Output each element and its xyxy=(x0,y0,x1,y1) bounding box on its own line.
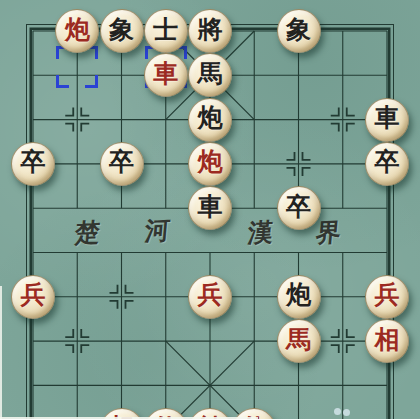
piece-glyph: 兵 xyxy=(21,282,46,307)
piece-red-horse[interactable]: 馬 xyxy=(277,319,321,363)
piece-glyph: 炮 xyxy=(198,105,223,130)
piece-glyph: 帥 xyxy=(198,415,223,419)
piece-glyph: 象 xyxy=(109,17,134,42)
piece-glyph: 炮 xyxy=(198,149,223,174)
piece-black-soldier[interactable]: 卒 xyxy=(11,142,55,186)
piece-black-chariot[interactable]: 車 xyxy=(365,98,409,142)
marker-corner xyxy=(85,75,98,88)
piece-black-soldier[interactable]: 卒 xyxy=(365,142,409,186)
piece-glyph: 兵 xyxy=(375,282,400,307)
piece-black-soldier[interactable]: 卒 xyxy=(100,142,144,186)
piece-black-general[interactable]: 將 xyxy=(188,9,232,53)
piece-black-elephant[interactable]: 象 xyxy=(100,9,144,53)
piece-red-soldier[interactable]: 兵 xyxy=(188,275,232,319)
piece-glyph: 象 xyxy=(286,17,311,42)
piece-glyph: 卒 xyxy=(109,149,134,174)
piece-black-soldier[interactable]: 卒 xyxy=(277,186,321,230)
piece-glyph: 兵 xyxy=(198,282,223,307)
piece-glyph: 卒 xyxy=(21,149,46,174)
piece-glyph: 卒 xyxy=(375,149,400,174)
piece-black-advisor[interactable]: 士 xyxy=(144,9,188,53)
piece-glyph: 車 xyxy=(375,105,400,130)
piece-glyph: 仕 xyxy=(242,415,267,419)
piece-red-cannon[interactable]: 炮 xyxy=(188,142,232,186)
piece-glyph: 相 xyxy=(109,415,134,419)
piece-red-cannon[interactable]: 炮 xyxy=(55,9,99,53)
piece-black-horse[interactable]: 馬 xyxy=(188,53,232,97)
piece-glyph: 馬 xyxy=(198,61,223,86)
piece-black-cannon[interactable]: 炮 xyxy=(188,98,232,142)
piece-glyph: 士 xyxy=(153,17,178,42)
piece-black-elephant[interactable]: 象 xyxy=(277,9,321,53)
xiangqi-board[interactable]: 楚 河 漢 界 炮象士將象車馬炮車卒卒炮卒車卒兵兵炮兵馬相相仕帥仕 xyxy=(0,0,420,419)
piece-red-soldier[interactable]: 兵 xyxy=(365,275,409,319)
piece-glyph: 炮 xyxy=(65,17,90,42)
marker-corner xyxy=(56,75,69,88)
piece-black-chariot[interactable]: 車 xyxy=(188,186,232,230)
piece-glyph: 車 xyxy=(153,61,178,86)
piece-red-elephant[interactable]: 相 xyxy=(365,319,409,363)
piece-glyph: 相 xyxy=(375,327,400,352)
piece-glyph: 車 xyxy=(198,194,223,219)
piece-red-soldier[interactable]: 兵 xyxy=(11,275,55,319)
piece-glyph: 炮 xyxy=(286,282,311,307)
piece-black-cannon[interactable]: 炮 xyxy=(277,275,321,319)
piece-glyph: 仕 xyxy=(153,415,178,419)
piece-glyph: 將 xyxy=(198,17,223,42)
piece-glyph: 卒 xyxy=(286,194,311,219)
piece-red-chariot[interactable]: 車 xyxy=(144,53,188,97)
piece-glyph: 馬 xyxy=(286,327,311,352)
